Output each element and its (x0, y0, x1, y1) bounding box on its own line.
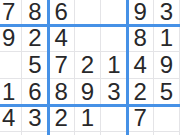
cell-r6c3[interactable]: 6 (22, 79, 48, 106)
cell-r6c8[interactable]: 5 (154, 79, 180, 106)
cell-r5c4[interactable]: 7 (49, 52, 75, 79)
cell-r4c3[interactable]: 2 (22, 26, 48, 53)
cell-r5c6[interactable]: 1 (101, 52, 127, 79)
cell-r3c7[interactable]: 9 (127, 0, 153, 26)
cell-r5c7[interactable]: 4 (127, 52, 153, 79)
cell-r5c5[interactable]: 2 (75, 52, 101, 79)
cell-r8c5[interactable] (75, 132, 101, 135)
cell-r3c4[interactable]: 6 (49, 0, 75, 26)
sudoku-board: 7869392481572149168932543217 (0, 0, 180, 135)
cell-r8c4[interactable] (49, 132, 75, 135)
cell-r8c7[interactable] (127, 132, 153, 135)
cell-r3c3[interactable]: 8 (22, 0, 48, 26)
cell-r6c5[interactable]: 9 (75, 79, 101, 106)
cell-r5c2[interactable] (0, 52, 22, 79)
cell-r3c8[interactable]: 3 (154, 0, 180, 26)
cell-r3c6[interactable] (101, 0, 127, 26)
cell-r7c7[interactable]: 7 (127, 105, 153, 132)
cell-r8c8[interactable] (154, 132, 180, 135)
cell-r6c7[interactable]: 2 (127, 79, 153, 106)
cell-r4c7[interactable]: 8 (127, 26, 153, 53)
cell-r6c4[interactable]: 8 (49, 79, 75, 106)
box-boundary-vertical-right (126, 0, 129, 135)
cell-r7c4[interactable]: 2 (49, 105, 75, 132)
cell-r8c2[interactable] (0, 132, 22, 135)
cell-r7c8[interactable] (154, 105, 180, 132)
sudoku-screen: 7869392481572149168932543217 (0, 0, 180, 135)
cell-r5c8[interactable]: 9 (154, 52, 180, 79)
box-boundary-horizontal-top (0, 24, 180, 27)
box-boundary-horizontal-bottom (0, 104, 180, 107)
cell-r6c6[interactable]: 3 (101, 79, 127, 106)
cell-r4c8[interactable]: 1 (154, 26, 180, 53)
cell-r5c3[interactable]: 5 (22, 52, 48, 79)
cell-r3c2[interactable]: 7 (0, 0, 22, 26)
cell-r4c5[interactable] (75, 26, 101, 53)
cell-r3c5[interactable] (75, 0, 101, 26)
cell-r7c3[interactable]: 3 (22, 105, 48, 132)
cell-r4c6[interactable] (101, 26, 127, 53)
cell-r7c2[interactable]: 4 (0, 105, 22, 132)
cell-r8c6[interactable] (101, 132, 127, 135)
cell-r4c4[interactable]: 4 (49, 26, 75, 53)
cell-r7c6[interactable] (101, 105, 127, 132)
box-boundary-vertical-left (47, 0, 50, 135)
cell-r7c5[interactable]: 1 (75, 105, 101, 132)
cell-r4c2[interactable]: 9 (0, 26, 22, 53)
cell-r6c2[interactable]: 1 (0, 79, 22, 106)
cell-r8c3[interactable] (22, 132, 48, 135)
